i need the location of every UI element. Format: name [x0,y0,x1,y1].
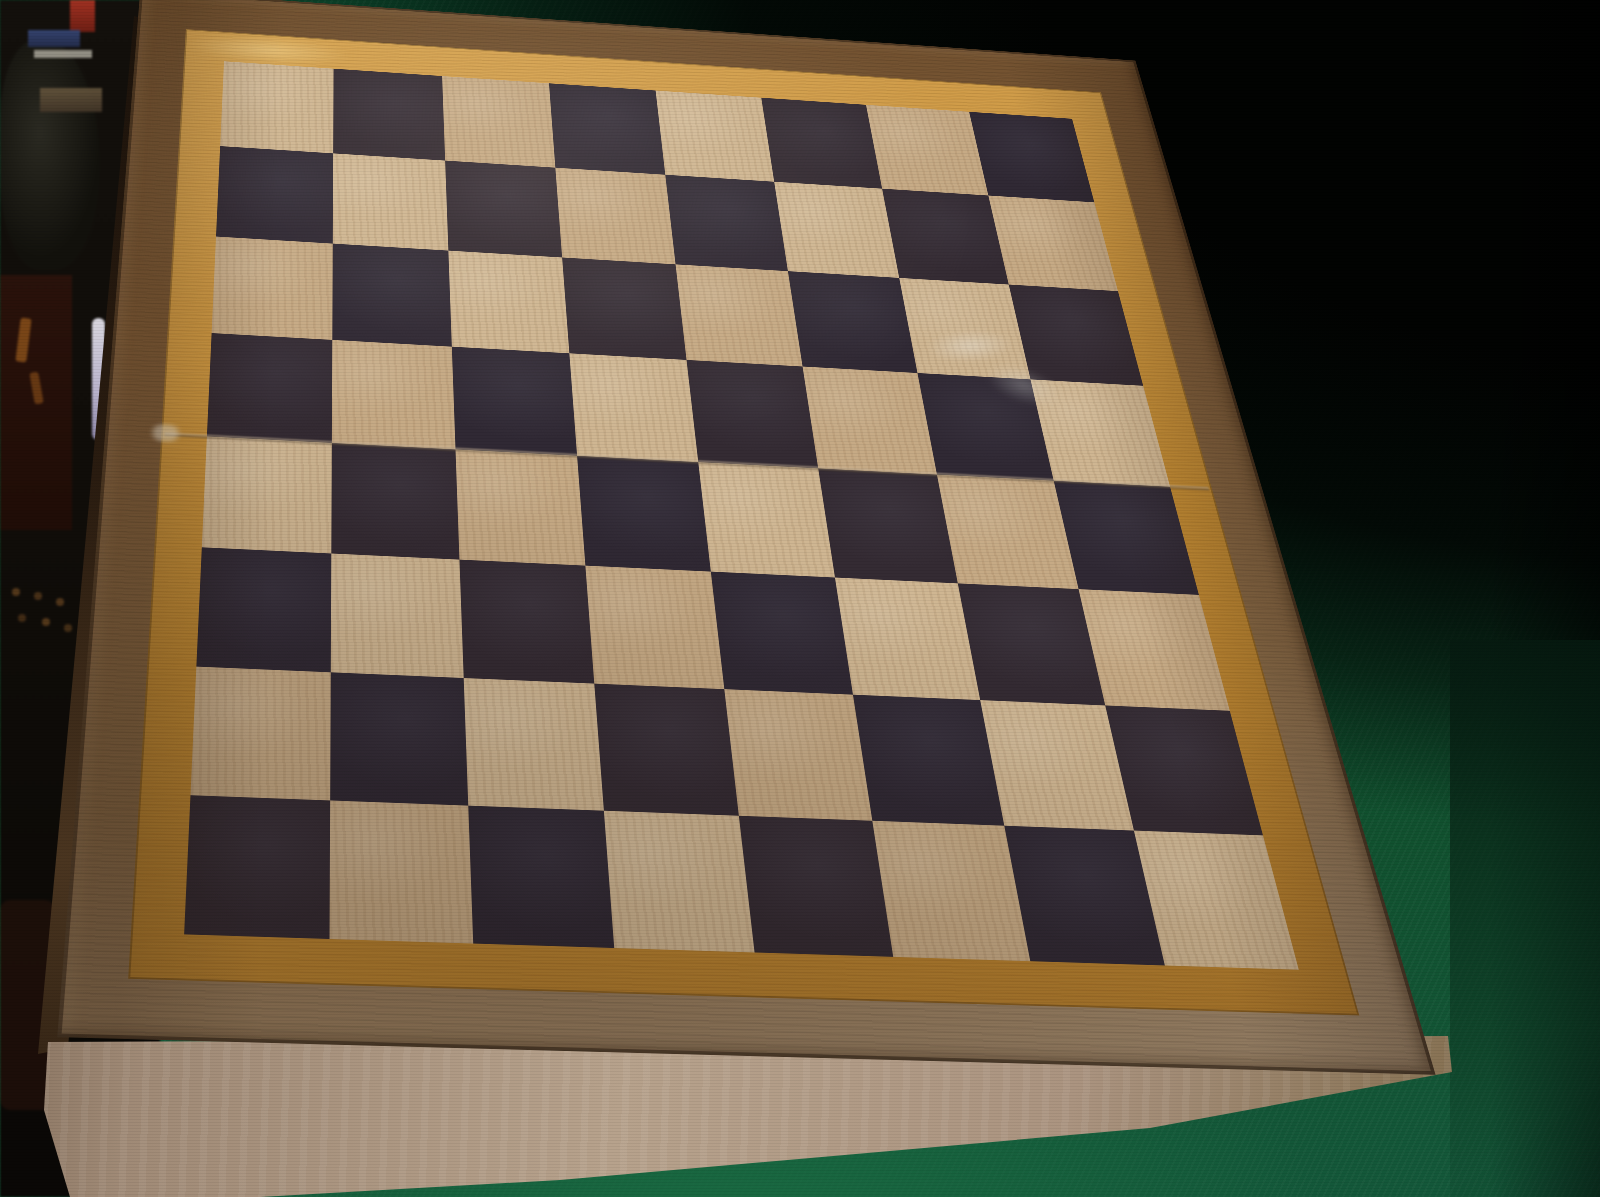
square-e4[interactable] [698,462,834,577]
square-d1[interactable] [604,811,754,953]
square-c5[interactable] [451,347,577,456]
square-h7[interactable] [989,196,1118,292]
square-e8[interactable] [656,91,774,182]
square-f5[interactable] [802,366,936,474]
square-c1[interactable] [468,806,615,948]
square-c8[interactable] [442,76,556,168]
square-c3[interactable] [459,560,594,684]
square-b2[interactable] [330,672,468,805]
square-b4[interactable] [331,443,459,560]
square-e1[interactable] [739,816,893,957]
fold-seam-scuff [152,424,178,442]
square-c2[interactable] [463,678,604,811]
red-book-spine [70,0,95,32]
square-f6[interactable] [788,271,917,373]
square-e7[interactable] [665,175,787,271]
square-h4[interactable] [1054,481,1199,595]
square-b7[interactable] [333,153,448,250]
tan-book-edge [40,88,102,112]
square-c4[interactable] [455,449,586,565]
blue-book-spine [28,30,80,47]
square-d3[interactable] [586,566,725,690]
square-a3[interactable] [196,547,331,672]
square-d5[interactable] [570,353,699,462]
square-b6[interactable] [332,244,451,347]
square-a8[interactable] [220,61,333,153]
felt-right-edge [1450,640,1600,1197]
board-grid [184,61,1299,969]
square-f8[interactable] [761,98,882,189]
square-b3[interactable] [331,553,464,678]
ornament-dots [12,588,20,596]
square-a7[interactable] [216,146,333,243]
photo-scene [0,0,1600,1197]
square-f4[interactable] [818,468,957,583]
square-d6[interactable] [562,257,686,359]
square-a1[interactable] [184,795,330,939]
square-d8[interactable] [549,83,665,174]
square-b1[interactable] [329,800,472,943]
square-c7[interactable] [445,161,563,258]
square-b8[interactable] [333,69,445,161]
square-d7[interactable] [556,168,676,265]
square-h8[interactable] [969,112,1094,203]
square-f3[interactable] [835,578,980,701]
square-a5[interactable] [207,333,332,443]
square-a6[interactable] [212,237,333,340]
square-e5[interactable] [687,360,818,468]
square-a2[interactable] [190,667,330,801]
square-e3[interactable] [711,572,853,695]
square-d4[interactable] [577,456,711,572]
square-c6[interactable] [448,251,570,354]
white-book-edge [34,50,92,58]
square-b5[interactable] [332,340,455,450]
square-e2[interactable] [724,689,872,821]
square-d2[interactable] [594,684,738,816]
square-a4[interactable] [202,436,332,553]
square-f2[interactable] [853,695,1004,826]
square-e6[interactable] [676,264,803,366]
square-f7[interactable] [774,182,899,278]
